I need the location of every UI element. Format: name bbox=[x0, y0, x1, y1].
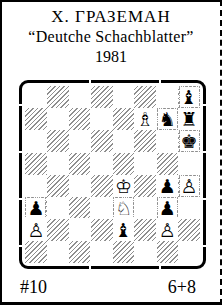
square-g1 bbox=[156, 241, 178, 263]
border-notch bbox=[159, 80, 161, 83]
piece-black-rook: ♜ bbox=[181, 109, 198, 129]
square-b8 bbox=[47, 86, 69, 108]
border-notch bbox=[89, 80, 91, 83]
square-b4 bbox=[47, 175, 69, 197]
square-f7: ♗ bbox=[134, 108, 156, 130]
square-a7 bbox=[25, 108, 47, 130]
square-e2: ♝ bbox=[113, 219, 135, 241]
square-f8 bbox=[134, 86, 156, 108]
title-block: Х. ГРАЗЕМАН “Deutche Schachblatter” 1981 bbox=[2, 2, 220, 67]
square-d3 bbox=[91, 197, 113, 219]
square-b7 bbox=[47, 108, 69, 130]
caption-row: #10 6+8 bbox=[20, 277, 196, 297]
square-e7 bbox=[113, 108, 135, 130]
square-f3 bbox=[134, 197, 156, 219]
piece-white-pawn: ♙ bbox=[27, 220, 44, 240]
square-c8 bbox=[69, 86, 91, 108]
square-a5 bbox=[25, 152, 47, 174]
square-g6 bbox=[156, 130, 178, 152]
square-e4: ♔ bbox=[113, 175, 135, 197]
piece-white-knight: ♘ bbox=[114, 198, 133, 218]
square-c2 bbox=[69, 219, 91, 241]
border-notch bbox=[203, 104, 206, 106]
stipulation-label: #10 bbox=[20, 277, 47, 297]
square-c5 bbox=[69, 152, 91, 174]
square-c1 bbox=[69, 241, 91, 263]
square-g2: ♙ bbox=[156, 219, 178, 241]
square-e6 bbox=[113, 130, 135, 152]
square-h5 bbox=[178, 152, 200, 174]
square-f6 bbox=[134, 130, 156, 152]
square-c7 bbox=[69, 108, 91, 130]
square-h8: ♝ bbox=[178, 86, 200, 108]
piece-white-king: ♔ bbox=[115, 176, 132, 196]
piece-white-bishop: ♗ bbox=[137, 109, 154, 129]
square-c3 bbox=[69, 197, 91, 219]
square-e8 bbox=[113, 86, 135, 108]
board-frame: ♝♗♞♜♚♔♟♙♟♘♟♙♝♙ bbox=[19, 80, 206, 269]
source-title: “Deutche Schachblatter” bbox=[2, 27, 220, 47]
chessboard: ♝♗♞♜♚♔♟♙♟♘♟♙♝♙ bbox=[25, 86, 200, 263]
border-notch bbox=[159, 266, 161, 269]
square-a4 bbox=[25, 175, 47, 197]
square-d5 bbox=[91, 152, 113, 174]
square-c6 bbox=[69, 130, 91, 152]
square-h2 bbox=[178, 219, 200, 241]
square-b3 bbox=[47, 197, 69, 219]
square-g7: ♞ bbox=[156, 108, 178, 130]
border-notch bbox=[19, 245, 22, 247]
border-notch bbox=[203, 245, 206, 247]
square-d6 bbox=[91, 130, 113, 152]
square-f5 bbox=[134, 152, 156, 174]
square-c4 bbox=[69, 175, 91, 197]
square-f2 bbox=[134, 219, 156, 241]
square-b5 bbox=[47, 152, 69, 174]
square-g3: ♟ bbox=[156, 197, 178, 219]
piece-black-bishop: ♝ bbox=[115, 220, 132, 240]
author-name: Х. ГРАЗЕМАН bbox=[2, 6, 220, 27]
square-a8 bbox=[25, 86, 47, 108]
piece-black-pawn: ♟ bbox=[159, 176, 176, 196]
square-d4 bbox=[91, 175, 113, 197]
border-notch bbox=[89, 266, 91, 269]
square-h1 bbox=[178, 241, 200, 263]
square-h6: ♚ bbox=[178, 130, 200, 152]
square-d1 bbox=[91, 241, 113, 263]
square-g5 bbox=[156, 152, 178, 174]
square-f1 bbox=[134, 241, 156, 263]
border-notch bbox=[19, 104, 22, 106]
square-a3: ♟ bbox=[25, 197, 47, 219]
piece-black-king: ♚ bbox=[180, 131, 199, 151]
piece-black-pawn: ♟ bbox=[26, 198, 45, 218]
border-notch bbox=[19, 151, 22, 153]
piece-black-knight: ♞ bbox=[158, 109, 177, 129]
square-e1 bbox=[113, 241, 135, 263]
piece-black-bishop: ♝ bbox=[180, 87, 199, 107]
piece-white-pawn: ♙ bbox=[180, 176, 199, 196]
border-notch bbox=[203, 151, 206, 153]
problem-card: Х. ГРАЗЕМАН “Deutche Schachblatter” 1981… bbox=[0, 0, 222, 305]
publication-year: 1981 bbox=[2, 47, 220, 67]
square-g8 bbox=[156, 86, 178, 108]
square-e5 bbox=[113, 152, 135, 174]
square-d2 bbox=[91, 219, 113, 241]
square-e3: ♘ bbox=[113, 197, 135, 219]
material-count-label: 6+8 bbox=[168, 277, 196, 297]
square-h4: ♙ bbox=[178, 175, 200, 197]
square-g4: ♟ bbox=[156, 175, 178, 197]
square-d8 bbox=[91, 86, 113, 108]
piece-black-pawn: ♟ bbox=[158, 198, 177, 218]
square-a6 bbox=[25, 130, 47, 152]
square-a2: ♙ bbox=[25, 219, 47, 241]
square-h7: ♜ bbox=[178, 108, 200, 130]
square-b1 bbox=[47, 241, 69, 263]
border-notch bbox=[19, 198, 22, 200]
square-f4 bbox=[134, 175, 156, 197]
square-b2 bbox=[47, 219, 69, 241]
square-a1 bbox=[25, 241, 47, 263]
square-b6 bbox=[47, 130, 69, 152]
piece-white-pawn: ♙ bbox=[159, 220, 176, 240]
square-h3 bbox=[178, 197, 200, 219]
square-d7 bbox=[91, 108, 113, 130]
border-notch bbox=[203, 198, 206, 200]
